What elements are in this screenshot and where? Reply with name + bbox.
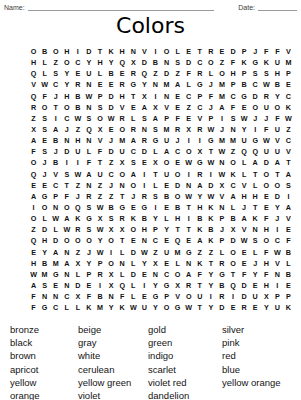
grid-cell: O — [261, 180, 272, 191]
grid-cell: K — [227, 169, 238, 180]
grid-cell: D — [39, 224, 50, 235]
grid-cell: L — [39, 68, 50, 79]
grid-cell: O — [106, 235, 117, 246]
grid-cell: O — [61, 235, 72, 246]
grid-cell: E — [239, 258, 250, 269]
grid-cell: M — [94, 302, 105, 313]
grid-cell: J — [250, 258, 261, 269]
grid-cell: K — [194, 258, 205, 269]
grid-cell: C — [194, 57, 205, 68]
grid-cell: C — [150, 235, 161, 246]
grid-cell: G — [161, 280, 172, 291]
grid-cell: H — [261, 224, 272, 235]
grid-cell: J — [216, 124, 227, 135]
puzzle-title: Colors — [0, 11, 301, 41]
grid-cell: N — [139, 235, 150, 246]
grid-cell: N — [139, 124, 150, 135]
grid-cell: V — [216, 191, 227, 202]
grid-cell: K — [283, 302, 294, 313]
grid-cell: L — [172, 258, 183, 269]
grid-cell: E — [106, 79, 117, 90]
grid-cell: Z — [94, 180, 105, 191]
word-list-column: silverpinkredblueyellow orange — [222, 323, 298, 400]
grid-cell: E — [128, 235, 139, 246]
grid-cell: Y — [194, 191, 205, 202]
grid-cell: T — [227, 269, 238, 280]
grid-cell: F — [227, 57, 238, 68]
grid-cell: R — [117, 213, 128, 224]
grid-cell: O — [39, 102, 50, 113]
word-list: bronzeblackbrownapricotyelloworangebeige… — [10, 323, 298, 400]
grid-cell: C — [272, 235, 283, 246]
grid-cell: I — [272, 224, 283, 235]
grid-cell: S — [50, 68, 61, 79]
grid-cell: B — [39, 46, 50, 57]
grid-cell: B — [50, 157, 61, 168]
grid-cell: D — [106, 102, 117, 113]
grid-cell: U — [272, 146, 283, 157]
grid-cell: G — [194, 79, 205, 90]
grid-cell: Q — [28, 91, 39, 102]
grid-cell: E — [28, 180, 39, 191]
grid-cell: N — [83, 102, 94, 113]
grid-cell: G — [150, 291, 161, 302]
grid-cell: J — [106, 180, 117, 191]
grid-cell: E — [128, 102, 139, 113]
grid-cell: D — [72, 280, 83, 291]
grid-cell: V — [239, 224, 250, 235]
word-list-item: red — [222, 349, 298, 362]
grid-cell: T — [128, 91, 139, 102]
grid-cell: R — [128, 68, 139, 79]
grid-cell: F — [283, 235, 294, 246]
grid-cell: I — [216, 113, 227, 124]
grid-cell: V — [28, 79, 39, 90]
grid-cell: O — [261, 235, 272, 246]
grid-cell: U — [272, 57, 283, 68]
grid-cell: U — [161, 169, 172, 180]
grid-cell: O — [161, 46, 172, 57]
word-list-item: yellow orange — [222, 376, 298, 389]
grid-cell: N — [50, 291, 61, 302]
grid-cell: X — [150, 258, 161, 269]
word-list-item: beige — [78, 323, 148, 336]
grid-cell: Y — [150, 302, 161, 313]
grid-cell: A — [50, 247, 61, 258]
grid-cell: I — [72, 157, 83, 168]
grid-cell: O — [227, 157, 238, 168]
grid-cell: E — [161, 258, 172, 269]
grid-cell: O — [161, 302, 172, 313]
grid-cell: Y — [94, 235, 105, 246]
grid-cell: V — [283, 146, 294, 157]
grid-cell: E — [227, 302, 238, 313]
grid-cell: X — [183, 124, 194, 135]
grid-cell: J — [205, 102, 216, 113]
grid-cell: X — [150, 157, 161, 168]
grid-cell: V — [94, 135, 105, 146]
grid-cell: T — [117, 235, 128, 246]
grid-cell: X — [261, 291, 272, 302]
grid-cell: R — [94, 269, 105, 280]
grid-cell: A — [28, 280, 39, 291]
grid-cell: E — [94, 79, 105, 90]
grid-cell: F — [272, 113, 283, 124]
grid-cell: D — [205, 180, 216, 191]
grid-cell: L — [239, 169, 250, 180]
grid-cell: B — [272, 79, 283, 90]
grid-cell: S — [83, 224, 94, 235]
grid-cell: E — [183, 235, 194, 246]
grid-cell: I — [183, 135, 194, 146]
grid-cell: D — [227, 46, 238, 57]
grid-cell: N — [216, 157, 227, 168]
grid-cell: F — [172, 113, 183, 124]
grid-cell: O — [117, 124, 128, 135]
grid-cell: M — [172, 247, 183, 258]
grid-cell: D — [50, 235, 61, 246]
grid-cell: I — [106, 247, 117, 258]
grid-cell: G — [50, 269, 61, 280]
grid-cell: U — [261, 102, 272, 113]
grid-cell: A — [150, 113, 161, 124]
grid-cell: O — [61, 57, 72, 68]
grid-cell: G — [128, 79, 139, 90]
grid-cell: A — [272, 157, 283, 168]
grid-cell: O — [72, 235, 83, 246]
grid-cell: U — [272, 124, 283, 135]
grid-cell: I — [227, 291, 238, 302]
grid-cell: W — [28, 269, 39, 280]
grid-cell: F — [261, 46, 272, 57]
grid-cell: H — [94, 57, 105, 68]
grid-cell: L — [183, 79, 194, 90]
grid-cell: U — [194, 291, 205, 302]
grid-cell: R — [261, 91, 272, 102]
grid-cell: B — [50, 135, 61, 146]
grid-cell: W — [205, 124, 216, 135]
grid-cell: O — [94, 113, 105, 124]
grid-cell: I — [150, 202, 161, 213]
grid-cell: W — [183, 302, 194, 313]
grid-cell: Y — [261, 302, 272, 313]
grid-cell: O — [28, 46, 39, 57]
grid-cell: S — [139, 113, 150, 124]
grid-cell: H — [28, 258, 39, 269]
grid-cell: W — [94, 202, 105, 213]
grid-cell: K — [72, 213, 83, 224]
grid-cell: S — [94, 102, 105, 113]
grid-cell: G — [39, 191, 50, 202]
grid-cell: Q — [28, 169, 39, 180]
grid-cell: U — [72, 146, 83, 157]
grid-cell: R — [117, 113, 128, 124]
grid-cell: O — [227, 247, 238, 258]
grid-cell: L — [117, 247, 128, 258]
grid-cell: O — [50, 46, 61, 57]
grid-cell: I — [205, 169, 216, 180]
grid-cell: S — [83, 113, 94, 124]
word-list-item: blue — [222, 363, 298, 376]
grid-cell: Q — [28, 235, 39, 246]
grid-cell: F — [261, 124, 272, 135]
grid-cell: T — [205, 258, 216, 269]
grid-cell: U — [117, 146, 128, 157]
grid-cell: R — [172, 124, 183, 135]
grid-cell: V — [239, 180, 250, 191]
grid-cell: X — [150, 102, 161, 113]
grid-cell: L — [205, 68, 216, 79]
word-list-item: apricot — [10, 363, 78, 376]
grid-cell: T — [250, 169, 261, 180]
grid-cell: A — [128, 135, 139, 146]
grid-cell: H — [139, 224, 150, 235]
grid-cell: N — [183, 258, 194, 269]
grid-cell: P — [239, 68, 250, 79]
grid-cell: B — [172, 202, 183, 213]
grid-cell: T — [172, 224, 183, 235]
grid-cell: S — [61, 169, 72, 180]
grid-cell: Z — [227, 146, 238, 157]
grid-cell: O — [183, 291, 194, 302]
grid-cell: O — [128, 224, 139, 235]
grid-cell: W — [205, 191, 216, 202]
grid-cell: H — [61, 91, 72, 102]
grid-cell: Y — [205, 302, 216, 313]
grid-cell: A — [28, 135, 39, 146]
grid-cell: Q — [172, 235, 183, 246]
grid-cell: C — [61, 113, 72, 124]
grid-cell: K — [194, 224, 205, 235]
grid-cell: B — [239, 79, 250, 90]
grid-cell: R — [205, 46, 216, 57]
grid-cell: N — [117, 258, 128, 269]
grid-cell: L — [150, 180, 161, 191]
grid-cell: N — [227, 124, 238, 135]
grid-cell: C — [72, 57, 83, 68]
grid-cell: L — [128, 280, 139, 291]
grid-cell: L — [239, 157, 250, 168]
grid-cell: V — [194, 113, 205, 124]
grid-cell: W — [106, 113, 117, 124]
grid-cell: P — [94, 258, 105, 269]
grid-cell: Y — [106, 302, 117, 313]
grid-cell: K — [117, 302, 128, 313]
grid-cell: Y — [39, 247, 50, 258]
word-list-column: beigegraywhiteceruleanyellow greenviolet — [78, 323, 148, 400]
grid-cell: Q — [28, 68, 39, 79]
grid-cell: C — [250, 79, 261, 90]
grid-cell: T — [194, 46, 205, 57]
grid-cell: Z — [205, 247, 216, 258]
grid-cell: N — [83, 135, 94, 146]
grid-cell: Y — [83, 57, 94, 68]
grid-cell: B — [106, 202, 117, 213]
grid-cell: T — [150, 169, 161, 180]
grid-cell: S — [128, 157, 139, 168]
grid-cell: O — [205, 57, 216, 68]
grid-cell: D — [216, 302, 227, 313]
grid-cell: D — [83, 46, 94, 57]
grid-cell: Z — [172, 68, 183, 79]
grid-cell: J — [61, 124, 72, 135]
grid-cell: L — [83, 146, 94, 157]
grid-cell: C — [283, 91, 294, 102]
grid-cell: C — [283, 135, 294, 146]
grid-cell: F — [28, 302, 39, 313]
grid-cell: X — [227, 224, 238, 235]
grid-cell: O — [250, 102, 261, 113]
grid-cell: R — [239, 302, 250, 313]
grid-cell: Y — [205, 280, 216, 291]
grid-cell: Z — [106, 191, 117, 202]
grid-cell: P — [50, 191, 61, 202]
grid-cell: P — [94, 91, 105, 102]
grid-cell: N — [150, 269, 161, 280]
grid-cell: W — [83, 91, 94, 102]
grid-cell: G — [150, 135, 161, 146]
grid-cell: O — [28, 157, 39, 168]
grid-cell: E — [239, 102, 250, 113]
grid-cell: T — [94, 157, 105, 168]
grid-cell: S — [39, 124, 50, 135]
grid-cell: Y — [272, 91, 283, 102]
grid-cell: B — [150, 57, 161, 68]
grid-cell: D — [139, 146, 150, 157]
grid-cell: O — [227, 258, 238, 269]
grid-cell: I — [139, 169, 150, 180]
grid-cell: Y — [139, 258, 150, 269]
grid-cell: I — [183, 169, 194, 180]
grid-cell: W — [94, 247, 105, 258]
grid-cell: A — [128, 169, 139, 180]
grid-cell: D — [139, 57, 150, 68]
grid-cell: E — [172, 102, 183, 113]
grid-cell: Y — [205, 269, 216, 280]
grid-cell: B — [139, 213, 150, 224]
grid-cell: Q — [139, 68, 150, 79]
grid-cell: T — [250, 202, 261, 213]
grid-cell: H — [172, 213, 183, 224]
grid-cell: H — [250, 191, 261, 202]
grid-cell: E — [183, 46, 194, 57]
word-list-item: yellow — [10, 376, 78, 389]
grid-cell: W — [261, 135, 272, 146]
grid-cell: J — [272, 213, 283, 224]
grid-cell: N — [128, 46, 139, 57]
grid-cell: F — [94, 146, 105, 157]
grid-cell: Q — [250, 146, 261, 157]
grid-cell: L — [72, 269, 83, 280]
grid-cell: E — [283, 280, 294, 291]
grid-cell: E — [139, 291, 150, 302]
grid-cell: C — [194, 102, 205, 113]
grid-cell: K — [239, 57, 250, 68]
word-list-item: orange — [10, 389, 78, 400]
grid-cell: G — [239, 91, 250, 102]
grid-cell: W — [183, 157, 194, 168]
grid-cell: A — [139, 102, 150, 113]
grid-cell: G — [117, 202, 128, 213]
grid-cell: E — [39, 180, 50, 191]
grid-cell: U — [239, 135, 250, 146]
grid-cell: W — [216, 146, 227, 157]
grid-cell: B — [194, 213, 205, 224]
grid-cell: I — [205, 291, 216, 302]
grid-cell: W — [61, 224, 72, 235]
grid-cell: L — [39, 213, 50, 224]
grid-cell: P — [272, 291, 283, 302]
word-list-item: pink — [222, 336, 298, 349]
grid-cell: R — [139, 191, 150, 202]
grid-cell: H — [239, 191, 250, 202]
grid-cell: E — [161, 180, 172, 191]
grid-cell: E — [172, 157, 183, 168]
grid-cell: D — [239, 280, 250, 291]
grid-cell: B — [94, 291, 105, 302]
grid-cell: W — [205, 157, 216, 168]
grid-cell: Y — [139, 79, 150, 90]
grid-cell: O — [106, 258, 117, 269]
word-list-item: white — [78, 349, 148, 362]
grid-cell: O — [183, 146, 194, 157]
grid-cell: W — [239, 113, 250, 124]
grid-cell: N — [61, 247, 72, 258]
grid-cell: L — [61, 302, 72, 313]
grid-cell: E — [172, 91, 183, 102]
grid-cell: T — [272, 169, 283, 180]
grid-cell: W — [283, 113, 294, 124]
grid-cell: J — [39, 157, 50, 168]
grid-cell: Y — [61, 68, 72, 79]
grid-cell: P — [161, 113, 172, 124]
grid-cell: E — [283, 79, 294, 90]
grid-cell: M — [283, 57, 294, 68]
grid-cell: J — [72, 191, 83, 202]
grid-cell: D — [128, 247, 139, 258]
grid-cell: Q — [117, 57, 128, 68]
grid-cell: C — [172, 146, 183, 157]
grid-cell: E — [83, 280, 94, 291]
grid-cell: B — [205, 224, 216, 235]
grid-cell: N — [61, 269, 72, 280]
grid-cell: P — [216, 235, 227, 246]
grid-cell: X — [72, 258, 83, 269]
grid-cell: C — [50, 302, 61, 313]
grid-cell: O — [117, 169, 128, 180]
grid-cell: R — [216, 291, 227, 302]
grid-cell: W — [239, 235, 250, 246]
word-list-item: violet — [78, 389, 148, 400]
grid-cell: A — [194, 235, 205, 246]
grid-cell: A — [283, 202, 294, 213]
grid-cell: L — [150, 146, 161, 157]
grid-cell: Z — [72, 180, 83, 191]
grid-cell: K — [128, 213, 139, 224]
grid-cell: U — [250, 291, 261, 302]
grid-cell: J — [39, 169, 50, 180]
grid-cell: T — [61, 180, 72, 191]
grid-cell: V — [283, 213, 294, 224]
grid-cell: O — [172, 269, 183, 280]
grid-cell: Z — [94, 191, 105, 202]
grid-cell: N — [216, 202, 227, 213]
grid-cell: I — [139, 280, 150, 291]
word-list-item: dandelion — [148, 389, 222, 400]
grid-cell: O — [172, 191, 183, 202]
grid-cell: A — [50, 124, 61, 135]
grid-cell: C — [128, 146, 139, 157]
